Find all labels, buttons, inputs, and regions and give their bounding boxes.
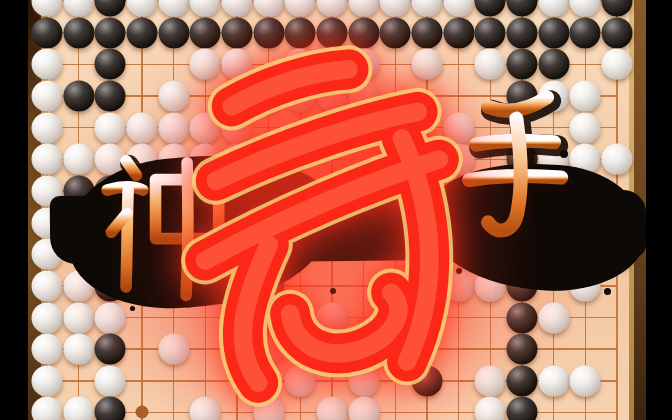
white-stone <box>127 0 158 17</box>
white-stone <box>32 144 63 175</box>
black-stone <box>253 17 284 48</box>
white-stone <box>63 302 94 333</box>
black-stone <box>507 49 538 80</box>
white-stone <box>95 112 126 143</box>
white-stone <box>158 112 189 143</box>
black-stone <box>190 17 221 48</box>
left-black-bar <box>0 0 28 420</box>
black-stone <box>63 80 94 111</box>
white-stone <box>602 49 633 80</box>
black-stone <box>412 17 443 48</box>
white-stone <box>95 365 126 396</box>
white-stone <box>380 0 411 17</box>
ink-dot <box>604 288 611 295</box>
black-stone <box>602 0 633 17</box>
white-stone <box>32 80 63 111</box>
black-stone <box>443 17 474 48</box>
white-stone <box>538 302 569 333</box>
go-board-thumbnail[interactable]: 神 危 手 <box>0 0 672 420</box>
black-stone <box>95 334 126 365</box>
white-stone <box>158 334 189 365</box>
white-stone <box>63 0 94 17</box>
white-stone <box>285 0 316 17</box>
white-stone <box>570 365 601 396</box>
white-stone <box>32 302 63 333</box>
black-stone <box>95 49 126 80</box>
black-stone <box>507 365 538 396</box>
black-stone <box>380 17 411 48</box>
white-stone <box>317 0 348 17</box>
white-stone <box>63 397 94 420</box>
black-stone <box>95 0 126 17</box>
white-stone <box>222 0 253 17</box>
white-stone <box>32 334 63 365</box>
black-stone <box>475 17 506 48</box>
white-stone <box>443 0 474 17</box>
black-stone <box>602 17 633 48</box>
black-stone <box>507 334 538 365</box>
black-stone <box>63 17 94 48</box>
black-stone <box>570 17 601 48</box>
black-stone <box>538 17 569 48</box>
white-stone <box>412 0 443 17</box>
white-stone <box>475 365 506 396</box>
black-stone <box>348 17 379 48</box>
black-stone <box>158 17 189 48</box>
white-stone <box>190 0 221 17</box>
white-stone <box>602 144 633 175</box>
white-stone <box>158 0 189 17</box>
black-stone <box>317 17 348 48</box>
black-stone <box>222 17 253 48</box>
black-stone <box>507 17 538 48</box>
white-stone <box>475 49 506 80</box>
white-stone <box>570 112 601 143</box>
white-stone <box>158 80 189 111</box>
black-stone <box>475 0 506 17</box>
black-stone <box>507 0 538 17</box>
black-stone <box>95 397 126 420</box>
white-stone <box>348 0 379 17</box>
white-stone <box>32 270 63 301</box>
right-black-bar <box>646 0 672 420</box>
black-stone <box>507 302 538 333</box>
white-stone <box>127 112 158 143</box>
black-stone <box>507 397 538 420</box>
white-stone <box>538 365 569 396</box>
shou-character <box>455 88 573 253</box>
white-stone <box>32 397 63 420</box>
black-stone <box>95 17 126 48</box>
white-stone <box>32 112 63 143</box>
black-stone <box>538 49 569 80</box>
ink-dot <box>636 214 642 220</box>
white-stone <box>538 0 569 17</box>
white-stone <box>570 0 601 17</box>
black-stone <box>127 17 158 48</box>
white-stone <box>63 144 94 175</box>
white-stone <box>475 397 506 420</box>
ink-dot <box>456 268 462 274</box>
black-stone <box>32 17 63 48</box>
white-stone <box>32 49 63 80</box>
black-stone <box>95 80 126 111</box>
white-stone <box>570 80 601 111</box>
ink-dot <box>130 306 135 311</box>
white-stone <box>32 365 63 396</box>
white-stone <box>253 0 284 17</box>
white-stone <box>63 334 94 365</box>
wei-character <box>188 48 456 420</box>
star-point <box>136 406 149 419</box>
white-stone <box>95 302 126 333</box>
black-stone <box>285 17 316 48</box>
